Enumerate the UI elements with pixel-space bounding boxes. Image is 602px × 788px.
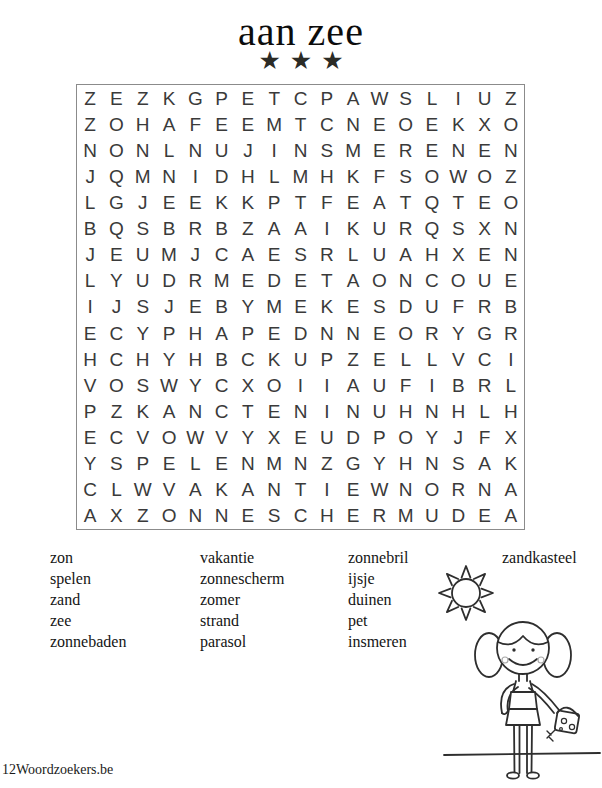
grid-cell[interactable]: B (156, 216, 182, 242)
grid-cell[interactable]: G (103, 189, 129, 215)
grid-cell[interactable]: J (445, 425, 471, 451)
grid-cell[interactable]: L (393, 346, 419, 372)
word-list-item: zand (50, 589, 126, 610)
grid-cell[interactable]: D (261, 268, 287, 294)
word-list-item: zonnebaden (50, 631, 126, 652)
grid-cell[interactable]: H (314, 503, 340, 529)
grid-cell[interactable]: N (419, 398, 445, 424)
grid-cell[interactable]: A (235, 477, 261, 503)
eye-left (512, 648, 515, 651)
grid-cell[interactable]: D (393, 294, 419, 320)
grid-cell[interactable]: E (419, 111, 445, 137)
grid-cell[interactable]: N (498, 216, 524, 242)
grid-cell[interactable]: A (156, 398, 182, 424)
grid-cell[interactable]: E (471, 189, 497, 215)
word-list-item: ijsje (348, 568, 408, 589)
grid-cell[interactable]: T (287, 189, 313, 215)
grid-cell[interactable]: E (287, 294, 313, 320)
grid-cell[interactable]: P (314, 346, 340, 372)
grid-cell[interactable]: L (471, 398, 497, 424)
grid-cell[interactable]: P (156, 320, 182, 346)
grid-cell[interactable]: P (366, 425, 392, 451)
beach-girl-illustration (430, 555, 602, 788)
grid-cell[interactable]: H (130, 346, 156, 372)
grid-cell[interactable]: Z (103, 398, 129, 424)
grid-cell[interactable]: U (287, 346, 313, 372)
grid-cell[interactable]: D (340, 425, 366, 451)
grid-cell[interactable]: H (498, 398, 524, 424)
grid-cell[interactable]: D (156, 268, 182, 294)
grid-cell[interactable]: R (498, 320, 524, 346)
grid-cell[interactable]: H (445, 398, 471, 424)
grid-cell[interactable]: I (445, 85, 471, 111)
grid-cell[interactable]: W (182, 425, 208, 451)
grid-cell[interactable]: T (235, 398, 261, 424)
grid-cell[interactable]: M (287, 163, 313, 189)
grid-cell[interactable]: R (393, 137, 419, 163)
grid-cell[interactable]: O (366, 268, 392, 294)
grid-cell[interactable]: O (103, 137, 129, 163)
grid-cell[interactable]: C (314, 111, 340, 137)
grid-cell[interactable]: E (182, 294, 208, 320)
grid-cell[interactable]: O (393, 111, 419, 137)
grid-cell[interactable]: B (77, 216, 103, 242)
grid-cell[interactable]: B (498, 294, 524, 320)
grid-cell[interactable]: E (366, 320, 392, 346)
grid-cell[interactable]: L (77, 268, 103, 294)
grid-cell[interactable]: E (340, 477, 366, 503)
grid-cell[interactable]: K (314, 294, 340, 320)
grid-cell[interactable]: N (130, 137, 156, 163)
grid-cell[interactable]: Y (103, 268, 129, 294)
grid-cell[interactable]: N (393, 477, 419, 503)
grid-cell[interactable]: L (419, 346, 445, 372)
grid-cell[interactable]: V (156, 477, 182, 503)
grid-cell[interactable]: K (498, 451, 524, 477)
grid-cell[interactable]: G (471, 320, 497, 346)
grid-cell[interactable]: K (445, 111, 471, 137)
grid-cell[interactable]: E (498, 268, 524, 294)
grid-cell[interactable]: Z (498, 85, 524, 111)
grid-cell[interactable]: X (445, 242, 471, 268)
grid-cell[interactable]: Z (314, 451, 340, 477)
grid-cell[interactable]: U (366, 216, 392, 242)
grid-cell[interactable]: C (208, 242, 234, 268)
grid-cell[interactable]: N (182, 398, 208, 424)
grid-cell[interactable]: R (445, 477, 471, 503)
grid-cell[interactable]: A (340, 372, 366, 398)
grid-cell[interactable]: E (366, 346, 392, 372)
grid-cell[interactable]: E (261, 242, 287, 268)
grid-cell[interactable]: L (156, 137, 182, 163)
grid-cell[interactable]: S (130, 216, 156, 242)
grid-cell[interactable]: E (471, 242, 497, 268)
grid-cell[interactable]: O (498, 189, 524, 215)
grid-cell[interactable]: K (156, 85, 182, 111)
grid-cell[interactable]: C (235, 346, 261, 372)
grid-cell[interactable]: N (340, 111, 366, 137)
grid-cell[interactable]: C (103, 320, 129, 346)
grid-cell[interactable]: A (471, 451, 497, 477)
grid-cell[interactable]: N (182, 503, 208, 529)
grid-cell[interactable]: U (366, 242, 392, 268)
grid-cell[interactable]: M (156, 242, 182, 268)
grid-cell[interactable]: G (182, 85, 208, 111)
grid-cell[interactable]: N (287, 398, 313, 424)
grid-cell[interactable]: P (130, 451, 156, 477)
grid-cell[interactable]: X (471, 216, 497, 242)
grid-cell[interactable]: S (261, 503, 287, 529)
grid-cell[interactable]: C (419, 268, 445, 294)
grid-cell[interactable]: C (471, 346, 497, 372)
grid-cell[interactable]: A (340, 268, 366, 294)
grid-cell[interactable]: W (366, 85, 392, 111)
grid-cell[interactable]: E (77, 425, 103, 451)
grid-cell[interactable]: K (340, 216, 366, 242)
grid-cell[interactable]: N (419, 451, 445, 477)
grid-cell[interactable]: N (261, 477, 287, 503)
grid-cell[interactable]: V (77, 372, 103, 398)
grid-cell[interactable]: T (287, 477, 313, 503)
grid-cell[interactable]: E (340, 189, 366, 215)
grid-cell[interactable]: X (498, 425, 524, 451)
grid-cell[interactable]: N (208, 503, 234, 529)
grid-cell[interactable]: I (287, 372, 313, 398)
grid-cell[interactable]: D (445, 503, 471, 529)
grid-cell[interactable]: S (445, 451, 471, 477)
grid-cell[interactable]: F (366, 163, 392, 189)
grid-cell[interactable]: I (419, 372, 445, 398)
grid-cell[interactable]: W (130, 477, 156, 503)
grid-cell[interactable]: R (366, 503, 392, 529)
grid-cell[interactable]: O (419, 163, 445, 189)
grid-cell[interactable]: C (208, 372, 234, 398)
grid-cell[interactable]: M (130, 163, 156, 189)
grid-cell[interactable]: Y (130, 320, 156, 346)
grid-cell[interactable]: R (393, 216, 419, 242)
grid-cell[interactable]: Y (445, 320, 471, 346)
grid-cell[interactable]: U (314, 425, 340, 451)
grid-cell[interactable]: H (314, 163, 340, 189)
grid-cell[interactable]: S (103, 451, 129, 477)
grid-cell[interactable]: A (366, 189, 392, 215)
grid-cell[interactable]: A (261, 216, 287, 242)
grid-cell[interactable]: I (261, 137, 287, 163)
grid-cell[interactable]: K (261, 346, 287, 372)
grid-cell[interactable]: L (419, 85, 445, 111)
grid-cell[interactable]: O (471, 163, 497, 189)
grid-cell[interactable]: O (419, 477, 445, 503)
grid-cell[interactable]: P (77, 398, 103, 424)
grid-cell[interactable]: E (235, 268, 261, 294)
grid-cell[interactable]: Z (498, 163, 524, 189)
grid-cell[interactable]: I (314, 398, 340, 424)
grid-cell[interactable]: G (340, 451, 366, 477)
grid-cell[interactable]: A (156, 111, 182, 137)
word-list-item: zee (50, 610, 126, 631)
grid-cell[interactable]: T (445, 189, 471, 215)
grid-cell[interactable]: U (471, 268, 497, 294)
grid-cell[interactable]: Y (156, 346, 182, 372)
grid-cell[interactable]: U (419, 503, 445, 529)
grid-cell[interactable]: E (156, 451, 182, 477)
grid-cell[interactable]: S (287, 242, 313, 268)
grid-cell[interactable]: E (340, 503, 366, 529)
grid-cell[interactable]: U (366, 372, 392, 398)
grid-cell[interactable]: K (208, 189, 234, 215)
grid-cell[interactable]: R (182, 216, 208, 242)
grid-cell[interactable]: A (340, 85, 366, 111)
grid-cell[interactable]: Y (182, 372, 208, 398)
grid-cell[interactable]: A (182, 477, 208, 503)
grid-cell[interactable]: S (393, 85, 419, 111)
grid-cell[interactable]: L (261, 163, 287, 189)
grid-cell[interactable]: F (182, 111, 208, 137)
grid-cell[interactable]: J (103, 294, 129, 320)
grid-cell[interactable]: E (208, 451, 234, 477)
grid-cell[interactable]: E (235, 111, 261, 137)
grid-cell[interactable]: T (314, 268, 340, 294)
grid-cell[interactable]: O (103, 372, 129, 398)
grid-cell[interactable]: J (77, 163, 103, 189)
grid-cell[interactable]: C (287, 85, 313, 111)
grid-cell[interactable]: Z (130, 85, 156, 111)
grid-cell[interactable]: Y (366, 451, 392, 477)
grid-cell[interactable]: T (261, 85, 287, 111)
grid-cell[interactable]: F (393, 372, 419, 398)
grid-cell[interactable]: N (156, 163, 182, 189)
grid-cell[interactable]: Z (340, 346, 366, 372)
grid-cell[interactable]: C (103, 425, 129, 451)
grid-cell[interactable]: C (287, 503, 313, 529)
grid-cell[interactable]: Z (235, 216, 261, 242)
grid-cell[interactable]: H (419, 242, 445, 268)
grid-cell[interactable]: M (261, 294, 287, 320)
grid-cell[interactable]: E (471, 503, 497, 529)
grid-cell[interactable]: B (208, 346, 234, 372)
grid-cell[interactable]: I (77, 294, 103, 320)
grid-cell[interactable]: D (287, 320, 313, 346)
grid-cell[interactable]: C (103, 346, 129, 372)
grid-cell[interactable]: H (130, 111, 156, 137)
grid-cell[interactable]: E (103, 242, 129, 268)
grid-cell[interactable]: Y (77, 451, 103, 477)
grid-cell[interactable]: O (156, 425, 182, 451)
grid-cell[interactable]: C (77, 477, 103, 503)
grid-cell[interactable]: H (393, 451, 419, 477)
grid-cell[interactable]: A (498, 477, 524, 503)
grid-cell[interactable]: E (287, 268, 313, 294)
grid-cell[interactable]: L (77, 189, 103, 215)
grid-cell[interactable]: P (235, 320, 261, 346)
grid-cell[interactable]: M (340, 137, 366, 163)
word-list-column-2: vakantiezonneschermzomerstrandparasol (200, 547, 284, 652)
grid-cell[interactable]: U (208, 137, 234, 163)
word-list-item: vakantie (200, 547, 284, 568)
grid-cell[interactable]: U (419, 294, 445, 320)
grid-cell[interactable]: N (314, 320, 340, 346)
grid-cell[interactable]: E (208, 111, 234, 137)
grid-cell[interactable]: A (235, 242, 261, 268)
grid-cell[interactable]: W (445, 163, 471, 189)
grid-cell[interactable]: N (287, 137, 313, 163)
grid-cell[interactable]: I (182, 163, 208, 189)
grid-cell[interactable]: N (235, 451, 261, 477)
grid-cell[interactable]: H (182, 320, 208, 346)
grid-cell[interactable]: B (208, 216, 234, 242)
grid-cell[interactable]: L (182, 451, 208, 477)
grid-cell[interactable]: E (419, 137, 445, 163)
grid-cell[interactable]: S (314, 137, 340, 163)
grid-cell[interactable]: L (340, 242, 366, 268)
grid-cell[interactable]: E (366, 137, 392, 163)
grid-cell[interactable]: O (393, 320, 419, 346)
grid-cell[interactable]: A (498, 503, 524, 529)
swimsuit (506, 681, 540, 725)
grid-cell[interactable]: R (314, 242, 340, 268)
grid-cell[interactable]: Y (419, 425, 445, 451)
grid-cell[interactable]: S (130, 294, 156, 320)
grid-cell[interactable]: E (287, 425, 313, 451)
grid-cell[interactable]: R (182, 268, 208, 294)
grid-cell[interactable]: I (498, 346, 524, 372)
grid-cell[interactable]: M (208, 268, 234, 294)
grid-cell[interactable]: E (340, 294, 366, 320)
grid-cell[interactable]: J (77, 242, 103, 268)
grid-cell[interactable]: O (156, 503, 182, 529)
grid-cell[interactable]: Z (130, 503, 156, 529)
grid-cell[interactable]: J (235, 137, 261, 163)
grid-cell[interactable]: U (130, 242, 156, 268)
grid-cell[interactable]: Q (103, 163, 129, 189)
grid-cell[interactable]: O (498, 111, 524, 137)
grid-cell[interactable]: X (235, 372, 261, 398)
grid-cell[interactable]: Q (103, 216, 129, 242)
grid-cell[interactable]: P (208, 85, 234, 111)
grid-cell[interactable]: I (314, 372, 340, 398)
grid-cell[interactable]: S (366, 294, 392, 320)
grid-cell[interactable]: N (393, 268, 419, 294)
grid-cell[interactable]: I (314, 216, 340, 242)
grid-cell[interactable]: N (498, 242, 524, 268)
grid-cell[interactable]: N (445, 137, 471, 163)
grid-cell[interactable]: N (287, 451, 313, 477)
grid-cell[interactable]: O (445, 268, 471, 294)
grid-cell[interactable]: A (208, 320, 234, 346)
grid-cell[interactable]: U (130, 268, 156, 294)
grid-cell[interactable]: B (208, 294, 234, 320)
grid-cell[interactable]: R (471, 294, 497, 320)
grid-cell[interactable]: S (445, 216, 471, 242)
grid-cell[interactable]: U (471, 85, 497, 111)
grid-cell[interactable]: P (261, 189, 287, 215)
grid-cell[interactable]: V (208, 425, 234, 451)
grid-cell[interactable]: E (261, 320, 287, 346)
grid-cell[interactable]: O (393, 425, 419, 451)
grid-cell[interactable]: O (261, 372, 287, 398)
grid-cell[interactable]: S (393, 163, 419, 189)
grid-cell[interactable]: V (445, 346, 471, 372)
sun-icon (439, 566, 493, 620)
grid-cell[interactable]: S (130, 372, 156, 398)
grid-cell[interactable]: T (287, 111, 313, 137)
grid-cell[interactable]: X (471, 111, 497, 137)
grid-cell[interactable]: Y (235, 425, 261, 451)
grid-cell[interactable]: K (235, 189, 261, 215)
grid-cell[interactable]: Z (77, 85, 103, 111)
grid-cell[interactable]: D (208, 163, 234, 189)
grid-cell[interactable]: T (393, 189, 419, 215)
grid-cell[interactable]: O (103, 111, 129, 137)
grid-cell[interactable]: L (103, 477, 129, 503)
grid-cell[interactable]: N (471, 477, 497, 503)
grid-cell[interactable]: M (261, 451, 287, 477)
grid-cell[interactable]: C (208, 398, 234, 424)
grid-cell[interactable]: I (314, 477, 340, 503)
grid-cell[interactable]: L (498, 372, 524, 398)
grid-cell[interactable]: H (182, 346, 208, 372)
grid-cell[interactable]: R (419, 320, 445, 346)
grid-cell[interactable]: Y (235, 294, 261, 320)
grid-cell[interactable]: X (103, 503, 129, 529)
grid-cell[interactable]: R (471, 372, 497, 398)
grid-cell[interactable]: Q (419, 216, 445, 242)
grid-cell[interactable]: X (261, 425, 287, 451)
grid-cell[interactable]: E (261, 398, 287, 424)
grid-cell[interactable]: V (130, 425, 156, 451)
grid-cell[interactable]: E (156, 189, 182, 215)
grid-cell[interactable]: K (340, 163, 366, 189)
grid-cell[interactable]: A (77, 503, 103, 529)
grid-cell[interactable]: J (182, 242, 208, 268)
grid-cell[interactable]: B (445, 372, 471, 398)
grid-cell[interactable]: N (182, 137, 208, 163)
grid-cell[interactable]: J (156, 294, 182, 320)
grid-cell[interactable]: Q (419, 189, 445, 215)
grid-cell[interactable]: N (77, 137, 103, 163)
grid-cell[interactable]: F (471, 425, 497, 451)
grid-cell[interactable]: H (393, 398, 419, 424)
grid-cell[interactable]: P (314, 85, 340, 111)
grid-cell[interactable]: E (471, 137, 497, 163)
grid-cell[interactable]: E (182, 189, 208, 215)
grid-cell[interactable]: W (366, 477, 392, 503)
grid-cell[interactable]: A (287, 216, 313, 242)
grid-cell[interactable]: M (393, 503, 419, 529)
grid-cell[interactable]: J (130, 189, 156, 215)
grid-cell[interactable]: H (235, 163, 261, 189)
grid-cell[interactable]: K (130, 398, 156, 424)
grid-cell[interactable]: Z (77, 111, 103, 137)
grid-cell[interactable]: F (314, 189, 340, 215)
ground-line (444, 753, 600, 755)
grid-cell[interactable]: E (77, 320, 103, 346)
grid-cell[interactable]: H (77, 346, 103, 372)
grid-cell[interactable]: E (235, 503, 261, 529)
grid-cell[interactable]: K (208, 477, 234, 503)
grid-cell[interactable]: F (445, 294, 471, 320)
grid-cell[interactable]: N (340, 320, 366, 346)
grid-cell[interactable]: A (393, 242, 419, 268)
grid-cell[interactable]: U (366, 398, 392, 424)
grid-cell[interactable]: W (156, 372, 182, 398)
grid-cell[interactable]: E (235, 85, 261, 111)
grid-cell[interactable]: E (103, 85, 129, 111)
grid-cell[interactable]: M (261, 111, 287, 137)
grid-cell[interactable]: E (366, 111, 392, 137)
grid-cell[interactable]: N (340, 398, 366, 424)
grid-cell[interactable]: N (498, 137, 524, 163)
